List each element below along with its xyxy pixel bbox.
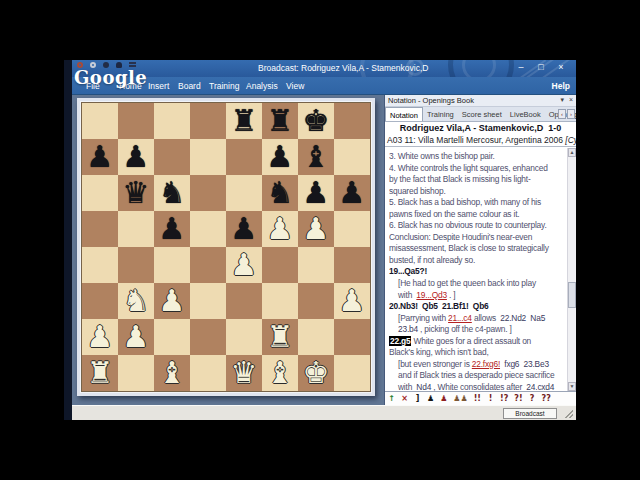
square-e8[interactable]: ♜ — [226, 103, 262, 139]
square-c8[interactable] — [154, 103, 190, 139]
square-b4[interactable] — [118, 247, 154, 283]
tab-training-panel[interactable]: Training — [423, 107, 458, 121]
collapse-icon[interactable]: ▾ — [560, 96, 564, 104]
titlebar: Broadcast: Rodriguez Vila,A - Stamenkovi… — [72, 60, 576, 77]
square-a4[interactable] — [82, 247, 118, 283]
black-knight-piece[interactable]: ♞ — [262, 175, 298, 211]
red-pawn-icon[interactable]: ♟ — [440, 394, 447, 403]
square-b1[interactable] — [118, 355, 154, 391]
commentary-text: by the fact that Black is missing his li… — [389, 174, 531, 184]
move-text[interactable]: 20.Nb3! Qb5 21.Bf1! Qb6 — [389, 301, 489, 311]
tab-scroll-right-icon[interactable]: › — [567, 109, 575, 119]
square-a7[interactable]: ♟ — [82, 139, 118, 175]
black-pawn-icon[interactable]: ♟ — [427, 394, 434, 403]
square-a8[interactable] — [82, 103, 118, 139]
white-rook-piece[interactable]: ♜ — [82, 355, 118, 391]
square-g5[interactable]: ♟ — [298, 211, 334, 247]
game-annotator: [Cy — [565, 135, 576, 145]
notation-line: with Nd4 , White consolidates after 24.c… — [389, 382, 567, 391]
commentary-text: [He had to get the queen back into play — [398, 278, 536, 288]
black-pawn-piece[interactable]: ♟ — [118, 139, 154, 175]
commentary-text: [Parrying with — [398, 313, 448, 323]
square-d1[interactable] — [190, 355, 226, 391]
square-b5[interactable] — [118, 211, 154, 247]
square-e3[interactable] — [226, 283, 262, 319]
notation-line: squared bishop. — [389, 186, 567, 198]
tab-score-sheet[interactable]: Score sheet — [458, 107, 506, 121]
notation-line: by the fact that Black is missing his li… — [389, 174, 567, 186]
help-button[interactable]: Help — [552, 81, 570, 91]
variation-link[interactable]: 19...Qd3 — [416, 290, 447, 300]
white-pawn-piece[interactable]: ♟ — [298, 211, 334, 247]
notation-line: busted, if not already so. — [389, 255, 567, 267]
square-g7[interactable]: ♝ — [298, 139, 334, 175]
white-pawn-piece[interactable]: ♟ — [226, 247, 262, 283]
notation-line: 20.Nb3! Qb5 21.Bf1! Qb6 — [389, 301, 567, 313]
black-pawn-piece[interactable]: ♟ — [82, 139, 118, 175]
scroll-down-icon[interactable]: ▼ — [568, 382, 576, 391]
close-icon[interactable]: × — [556, 62, 566, 72]
square-h1[interactable] — [334, 355, 370, 391]
square-g3[interactable] — [298, 283, 334, 319]
notation-line: 19...Qa5?! — [389, 266, 567, 278]
move-text[interactable]: 19...Qa5?! — [389, 266, 427, 276]
tab-livebook[interactable]: LiveBook — [506, 107, 545, 121]
notation-line: with 19...Qd3 . ] — [389, 290, 567, 302]
white-rook-piece[interactable]: ♜ — [262, 319, 298, 355]
square-h4[interactable] — [334, 247, 370, 283]
move-text[interactable]: 22.Nd2 Na5 — [500, 313, 545, 323]
square-d2[interactable] — [190, 319, 226, 355]
square-h5[interactable] — [334, 211, 370, 247]
dubious-move[interactable]: ?! — [514, 394, 522, 403]
square-a2[interactable]: ♟ — [82, 319, 118, 355]
board-panel: ♜♜♚♟♟♟♝♛♞♞♟♟♟♟♟♟♟♞♟♟♟♟♜♜♝♛♝♚ — [77, 98, 375, 396]
notation-text[interactable]: 3. White owns the bishop pair.4. White c… — [385, 148, 567, 391]
square-h2[interactable] — [334, 319, 370, 355]
tab-notation[interactable]: Notation — [385, 107, 423, 121]
square-f3[interactable] — [262, 283, 298, 319]
notation-line: [Parrying with 21...c4 allows 22.Nd2 Na5 — [389, 313, 567, 325]
white-bishop-piece[interactable]: ♝ — [262, 355, 298, 391]
notation-line: Conclusion: Despite Houdini's near-even — [389, 232, 567, 244]
tab-view[interactable]: View — [286, 81, 304, 91]
scroll-up-icon[interactable]: ▲ — [568, 148, 576, 157]
square-e7[interactable] — [226, 139, 262, 175]
screenshot: Google Broadcast: Rodriguez Vila,A - Sta… — [0, 0, 640, 480]
variation-link[interactable]: 21...c4 — [448, 313, 472, 323]
white-bishop-piece[interactable]: ♝ — [154, 355, 190, 391]
white-pawn-piece[interactable]: ♟ — [262, 211, 298, 247]
square-e4[interactable]: ♟ — [226, 247, 262, 283]
square-e5[interactable]: ♟ — [226, 211, 262, 247]
blunder-move[interactable]: ?? — [542, 394, 551, 403]
square-f6[interactable]: ♞ — [262, 175, 298, 211]
tab-scrollers: ‹ › — [558, 109, 575, 119]
commentary-text: with — [398, 382, 416, 391]
black-king-piece[interactable]: ♚ — [298, 103, 334, 139]
maximize-icon[interactable]: □ — [536, 62, 546, 72]
commentary-text: . ] — [447, 290, 456, 300]
square-c3[interactable]: ♟ — [154, 283, 190, 319]
panel-header[interactable]: Notation - Openings Book ▾ × — [385, 95, 576, 107]
bracket-icon[interactable]: ] — [414, 394, 421, 403]
decor-circle — [462, 60, 496, 77]
square-h7[interactable] — [334, 139, 370, 175]
google-logo: Google — [74, 67, 147, 88]
mistake-move[interactable]: ? — [529, 394, 536, 403]
notation-line: [but even stronger is 22.fxg6! fxg6 23.B… — [389, 359, 567, 371]
commentary-text: [but even stronger is — [398, 359, 472, 369]
notation-line: pawns fixed on the same colour as it. — [389, 209, 567, 221]
tab-scroll-left-icon[interactable]: ‹ — [558, 109, 566, 119]
black-rook-piece[interactable]: ♜ — [262, 103, 298, 139]
notation-line: 3. White owns the bishop pair. — [389, 151, 567, 163]
annotation-toolbar: ↑×]♟♟♟♟!!!!??!??? — [385, 391, 576, 405]
video-frame: Google Broadcast: Rodriguez Vila,A - Sta… — [64, 60, 576, 420]
white-queen-piece[interactable]: ♛ — [226, 355, 262, 391]
square-f5[interactable]: ♟ — [262, 211, 298, 247]
tab-board[interactable]: Board — [178, 81, 201, 91]
black-pawn-piece[interactable]: ♟ — [154, 211, 190, 247]
black-pawn-piece[interactable]: ♟ — [226, 211, 262, 247]
square-f4[interactable] — [262, 247, 298, 283]
square-a3[interactable] — [82, 283, 118, 319]
notation-line: 22.g5 White goes for a direct assault on — [389, 336, 567, 348]
black-rook-piece[interactable]: ♜ — [226, 103, 262, 139]
commentary-text: pawns fixed on the same colour as it. — [389, 209, 519, 219]
commentary-text: 5. Black has a bad bishop, with many of … — [389, 197, 541, 207]
notation-line: Black's king, which isn't bad, — [389, 347, 567, 359]
brilliant-move[interactable]: !! — [474, 394, 481, 403]
square-f1[interactable]: ♝ — [262, 355, 298, 391]
move-text[interactable]: 23.b4 — [398, 324, 418, 334]
square-d5[interactable] — [190, 211, 226, 247]
white-pawn-piece[interactable]: ♟ — [154, 283, 190, 319]
game-details: A03 11: Villa Martelli Mercosur, Argenti… — [385, 135, 576, 147]
square-g1[interactable]: ♚ — [298, 355, 334, 391]
black-bishop-piece[interactable]: ♝ — [298, 139, 334, 175]
square-a5[interactable] — [82, 211, 118, 247]
square-g8[interactable]: ♚ — [298, 103, 334, 139]
square-h3[interactable]: ♟ — [334, 283, 370, 319]
good-move[interactable]: ! — [487, 394, 494, 403]
square-a1[interactable]: ♜ — [82, 355, 118, 391]
square-d7[interactable] — [190, 139, 226, 175]
square-b8[interactable] — [118, 103, 154, 139]
white-pawn-piece[interactable]: ♟ — [118, 319, 154, 355]
chess-board[interactable]: ♜♜♚♟♟♟♝♛♞♞♟♟♟♟♟♟♟♞♟♟♟♟♜♜♝♛♝♚ — [82, 103, 370, 391]
variation-link[interactable]: 22.fxg6! — [472, 359, 500, 369]
square-g6[interactable]: ♟ — [298, 175, 334, 211]
commentary-text: 3. White owns the bishop pair. — [389, 151, 495, 161]
black-pawn-piece[interactable]: ♟ — [334, 175, 370, 211]
square-b6[interactable]: ♛ — [118, 175, 154, 211]
panel-close-icon[interactable]: × — [569, 96, 573, 104]
double-pawn-icon[interactable]: ♟♟ — [453, 394, 467, 403]
square-f2[interactable]: ♜ — [262, 319, 298, 355]
white-king-piece[interactable]: ♚ — [298, 355, 334, 391]
arrow-up-icon[interactable]: ↑ — [388, 394, 395, 403]
square-e2[interactable] — [226, 319, 262, 355]
commentary-text: , White consolidates after — [431, 382, 526, 391]
notation-line: and if Black tries a desperado piece sac… — [389, 370, 567, 382]
square-e1[interactable]: ♛ — [226, 355, 262, 391]
commentary-text: with — [398, 290, 416, 300]
notation-panel: Notation - Openings Book ▾ × Notation Tr… — [384, 95, 576, 405]
panel-tabs: Notation Training Score sheet LiveBook O… — [385, 107, 576, 122]
commentary-text: , picking off the c4-pawn. ] — [418, 324, 512, 334]
notation-line: [He had to get the queen back into play — [389, 278, 567, 290]
move-text[interactable]: fxg6 23.Be3 — [504, 359, 549, 369]
tab-training[interactable]: Training — [209, 81, 239, 91]
commentary-text: Black's king, which isn't bad, — [389, 347, 489, 357]
scrollbar[interactable]: ▲ ▼ — [567, 148, 576, 391]
black-pawn-piece[interactable]: ♟ — [298, 175, 334, 211]
status-bar: Broadcast — [72, 405, 576, 420]
square-d3[interactable] — [190, 283, 226, 319]
square-c6[interactable]: ♞ — [154, 175, 190, 211]
game-header: Rodriguez Vila,A - Stamenkovic,D 1-0 — [385, 122, 576, 135]
notation-line: 5. Black has a bad bishop, with many of … — [389, 197, 567, 209]
notation-line: misassessment, Black is close to strateg… — [389, 243, 567, 255]
ribbon: File Home Insert Board Training Analysis… — [72, 77, 576, 95]
white-pawn-piece[interactable]: ♟ — [82, 319, 118, 355]
square-c7[interactable] — [154, 139, 190, 175]
notation-line: 4. White controls the light squares, enh… — [389, 163, 567, 175]
black-pawn-piece[interactable]: ♟ — [262, 139, 298, 175]
move-text[interactable]: Nd4 — [416, 382, 431, 391]
commentary-text: 6. Black has no obvious route to counter… — [389, 220, 547, 230]
square-e6[interactable] — [226, 175, 262, 211]
notation-line: 23.b4 , picking off the c4-pawn. ] — [389, 324, 567, 336]
broadcast-button[interactable]: Broadcast — [503, 408, 557, 419]
window-title: Broadcast: Rodriguez Vila,A - Stamenkovi… — [258, 63, 428, 73]
square-c4[interactable] — [154, 247, 190, 283]
window-controls: – □ × — [516, 62, 566, 72]
tab-insert[interactable]: Insert — [148, 81, 169, 91]
square-d4[interactable] — [190, 247, 226, 283]
square-b2[interactable]: ♟ — [118, 319, 154, 355]
game-details-text: A03 11: Villa Martelli Mercosur, Argenti… — [387, 135, 565, 145]
commentary-text: 4. White controls the light squares, enh… — [389, 163, 548, 173]
interesting-move[interactable]: !? — [500, 394, 508, 403]
commentary-text: misassessment, Black is close to strateg… — [389, 243, 549, 253]
square-f8[interactable]: ♜ — [262, 103, 298, 139]
commentary-text: allows — [472, 313, 500, 323]
square-c1[interactable]: ♝ — [154, 355, 190, 391]
black-knight-piece[interactable]: ♞ — [154, 175, 190, 211]
square-h6[interactable]: ♟ — [334, 175, 370, 211]
square-a6[interactable] — [82, 175, 118, 211]
commentary-text: Conclusion: Despite Houdini's near-even — [389, 232, 532, 242]
commentary-text: and if Black tries a desperado piece sac… — [398, 370, 555, 380]
black-queen-piece[interactable]: ♛ — [118, 175, 154, 211]
square-c2[interactable] — [154, 319, 190, 355]
square-d8[interactable] — [190, 103, 226, 139]
white-knight-piece[interactable]: ♞ — [118, 283, 154, 319]
panel-title: Notation - Openings Book — [388, 96, 474, 105]
main-content: ♜♜♚♟♟♟♝♛♞♞♟♟♟♟♟♟♟♞♟♟♟♟♜♜♝♛♝♚ Notation - … — [72, 95, 576, 405]
commentary-text: busted, if not already so. — [389, 255, 475, 265]
commentary-text: squared bishop. — [389, 186, 446, 196]
square-g4[interactable] — [298, 247, 334, 283]
square-f7[interactable]: ♟ — [262, 139, 298, 175]
square-b7[interactable]: ♟ — [118, 139, 154, 175]
notation-line: 6. Black has no obvious route to counter… — [389, 220, 567, 232]
square-c5[interactable]: ♟ — [154, 211, 190, 247]
scroll-thumb[interactable] — [568, 282, 576, 308]
resize-grip-icon[interactable] — [565, 410, 573, 418]
white-pawn-piece[interactable]: ♟ — [334, 283, 370, 319]
square-d6[interactable] — [190, 175, 226, 211]
current-move[interactable]: 22.g5 — [389, 336, 411, 346]
square-g2[interactable] — [298, 319, 334, 355]
commentary-text: White goes for a direct assault on — [411, 336, 531, 346]
tab-analysis[interactable]: Analysis — [246, 81, 278, 91]
square-b3[interactable]: ♞ — [118, 283, 154, 319]
minimize-icon[interactable]: – — [516, 62, 526, 72]
move-text[interactable]: 24.cxd4 — [526, 382, 554, 391]
chessbase-window: Broadcast: Rodriguez Vila,A - Stamenkovi… — [72, 60, 576, 420]
square-h8[interactable] — [334, 103, 370, 139]
delete-icon[interactable]: × — [401, 394, 408, 403]
google-overlay: Google — [74, 61, 147, 88]
